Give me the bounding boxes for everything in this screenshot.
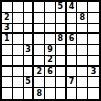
sudoku-cell-r5c7[interactable] (67, 45, 78, 56)
sudoku-cell-r8c4[interactable] (34, 77, 45, 88)
sudoku-cell-r6c5[interactable]: 2 (45, 56, 56, 67)
sudoku-cell-r1c9[interactable] (88, 2, 99, 13)
sudoku-cell-r7c1[interactable] (2, 67, 13, 78)
sudoku-cell-r4c4[interactable] (34, 34, 45, 45)
sudoku-cell-r4c2[interactable] (13, 34, 24, 45)
sudoku-cell-r9c3[interactable] (24, 88, 35, 99)
sudoku-cell-r3c9[interactable] (88, 24, 99, 35)
sudoku-cell-r4c7[interactable]: 6 (67, 34, 78, 45)
sudoku-cell-r3c4[interactable] (34, 24, 45, 35)
sudoku-cell-r9c4[interactable]: 8 (34, 88, 45, 99)
sudoku-cell-r7c4[interactable]: 2 (34, 67, 45, 78)
sudoku-cell-r2c6[interactable] (56, 13, 67, 24)
sudoku-cell-r8c6[interactable] (56, 77, 67, 88)
sudoku-cell-r8c9[interactable] (88, 77, 99, 88)
sudoku-cell-r8c2[interactable] (13, 77, 24, 88)
sudoku-cell-r7c2[interactable] (13, 67, 24, 78)
sudoku-cell-r2c3[interactable] (24, 13, 35, 24)
sudoku-cell-r7c5[interactable]: 6 (45, 67, 56, 78)
sudoku-cell-r1c2[interactable] (13, 2, 24, 13)
sudoku-cell-r2c5[interactable] (45, 13, 56, 24)
sudoku-cell-r6c4[interactable] (34, 56, 45, 67)
sudoku-cell-r5c8[interactable] (77, 45, 88, 56)
sudoku-cell-r1c6[interactable]: 5 (56, 2, 67, 13)
sudoku-cell-r7c7[interactable] (67, 67, 78, 78)
sudoku-cell-r9c5[interactable] (45, 88, 56, 99)
sudoku-cell-r4c6[interactable]: 8 (56, 34, 67, 45)
sudoku-cell-r6c7[interactable] (67, 56, 78, 67)
sudoku-cell-r8c8[interactable] (77, 77, 88, 88)
sudoku-cell-r9c8[interactable] (77, 88, 88, 99)
sudoku-cell-r3c3[interactable] (24, 24, 35, 35)
sudoku-cell-r5c6[interactable] (56, 45, 67, 56)
sudoku-cell-r5c2[interactable] (13, 45, 24, 56)
sudoku-cell-r4c8[interactable] (77, 34, 88, 45)
sudoku-cell-r5c9[interactable] (88, 45, 99, 56)
sudoku-cell-r1c1[interactable] (2, 2, 13, 13)
sudoku-cell-r7c3[interactable] (24, 67, 35, 78)
sudoku-cell-r6c8[interactable] (77, 56, 88, 67)
sudoku-cell-r7c9[interactable]: 3 (88, 67, 99, 78)
sudoku-cell-r5c3[interactable]: 3 (24, 45, 35, 56)
sudoku-cell-r1c4[interactable] (34, 2, 45, 13)
sudoku-cell-r4c1[interactable]: 1 (2, 34, 13, 45)
sudoku-cell-r5c5[interactable]: 9 (45, 45, 56, 56)
sudoku-cell-r2c8[interactable]: 8 (77, 13, 88, 24)
sudoku-cell-r4c9[interactable] (88, 34, 99, 45)
sudoku-cell-r2c2[interactable] (13, 13, 24, 24)
sudoku-cell-r7c6[interactable] (56, 67, 67, 78)
sudoku-cell-r9c6[interactable] (56, 88, 67, 99)
sudoku-cell-r6c6[interactable] (56, 56, 67, 67)
sudoku-cell-r2c4[interactable] (34, 13, 45, 24)
sudoku-cell-r3c1[interactable]: 3 (2, 24, 13, 35)
sudoku-cell-r9c9[interactable] (88, 88, 99, 99)
sudoku-cell-r4c3[interactable] (24, 34, 35, 45)
sudoku-cell-r2c9[interactable] (88, 13, 99, 24)
sudoku-cell-r1c5[interactable] (45, 2, 56, 13)
sudoku-cell-r8c1[interactable] (2, 77, 13, 88)
sudoku-cell-r9c2[interactable] (13, 88, 24, 99)
sudoku-cell-r1c7[interactable]: 4 (67, 2, 78, 13)
sudoku-cell-r3c7[interactable] (67, 24, 78, 35)
sudoku-cell-r1c8[interactable] (77, 2, 88, 13)
sudoku-cell-r9c7[interactable] (67, 88, 78, 99)
sudoku-cell-r8c7[interactable]: 7 (67, 77, 78, 88)
sudoku-cell-r8c3[interactable]: 5 (24, 77, 35, 88)
sudoku-cell-r6c9[interactable] (88, 56, 99, 67)
sudoku-cell-r6c1[interactable] (2, 56, 13, 67)
sudoku-cell-r1c3[interactable] (24, 2, 35, 13)
sudoku-cell-r6c3[interactable] (24, 56, 35, 67)
sudoku-cell-r2c7[interactable] (67, 13, 78, 24)
sudoku-cell-r7c8[interactable] (77, 67, 88, 78)
sudoku-cell-r3c2[interactable] (13, 24, 24, 35)
sudoku-cell-r8c5[interactable] (45, 77, 56, 88)
sudoku-cell-r3c8[interactable] (77, 24, 88, 35)
sudoku-cell-r9c1[interactable] (2, 88, 13, 99)
sudoku-cell-r3c6[interactable] (56, 24, 67, 35)
sudoku-cell-r5c4[interactable] (34, 45, 45, 56)
sudoku-cell-r2c1[interactable]: 2 (2, 13, 13, 24)
sudoku-cell-r3c5[interactable] (45, 24, 56, 35)
sudoku-cell-r4c5[interactable] (45, 34, 56, 45)
sudoku-board: 54283186392263578 (0, 0, 101, 101)
sudoku-cell-r6c2[interactable] (13, 56, 24, 67)
sudoku-cell-r5c1[interactable] (2, 45, 13, 56)
